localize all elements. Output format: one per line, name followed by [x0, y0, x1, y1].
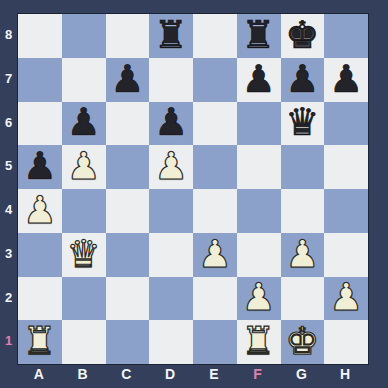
square-b5[interactable]: ♟ — [62, 145, 106, 189]
square-g2[interactable] — [281, 277, 325, 321]
square-d7[interactable] — [149, 58, 193, 102]
square-b7[interactable] — [62, 58, 106, 102]
square-h5[interactable] — [324, 145, 368, 189]
file-label-a: A — [17, 364, 61, 388]
black-pawn: ♟ — [110, 60, 144, 98]
white-pawn: ♟ — [329, 278, 363, 316]
square-g8[interactable]: ♚ — [281, 14, 325, 58]
square-h7[interactable]: ♟ — [324, 58, 368, 102]
square-e1[interactable] — [193, 320, 237, 364]
white-rook: ♜ — [23, 322, 57, 360]
file-label-c: C — [105, 364, 149, 388]
square-a6[interactable] — [18, 102, 62, 146]
white-pawn: ♟ — [67, 147, 101, 185]
square-h4[interactable] — [324, 189, 368, 233]
square-a2[interactable] — [18, 277, 62, 321]
white-pawn: ♟ — [154, 147, 188, 185]
rank-label-4: 4 — [0, 188, 17, 232]
square-f6[interactable] — [237, 102, 281, 146]
rank-label-8: 8 — [0, 13, 17, 57]
black-pawn: ♟ — [285, 60, 319, 98]
square-d1[interactable] — [149, 320, 193, 364]
square-g5[interactable] — [281, 145, 325, 189]
square-g3[interactable]: ♟ — [281, 233, 325, 277]
square-b2[interactable] — [62, 277, 106, 321]
white-pawn: ♟ — [285, 235, 319, 273]
square-a7[interactable] — [18, 58, 62, 102]
square-g7[interactable]: ♟ — [281, 58, 325, 102]
square-e8[interactable] — [193, 14, 237, 58]
square-f4[interactable] — [237, 189, 281, 233]
square-a8[interactable] — [18, 14, 62, 58]
square-g1[interactable]: ♚ — [281, 320, 325, 364]
square-d3[interactable] — [149, 233, 193, 277]
square-b8[interactable] — [62, 14, 106, 58]
square-f7[interactable]: ♟ — [237, 58, 281, 102]
rank-label-1: 1 — [0, 319, 17, 363]
file-label-g: G — [280, 364, 324, 388]
rank-label-5: 5 — [0, 144, 17, 188]
square-b4[interactable] — [62, 189, 106, 233]
square-a3[interactable] — [18, 233, 62, 277]
square-c5[interactable] — [106, 145, 150, 189]
rank-label-6: 6 — [0, 101, 17, 145]
square-c4[interactable] — [106, 189, 150, 233]
square-h1[interactable] — [324, 320, 368, 364]
square-e4[interactable] — [193, 189, 237, 233]
square-c7[interactable]: ♟ — [106, 58, 150, 102]
chess-board: ♜♜♚♟♟♟♟♟♟♛♟♟♟♟♛♟♟♟♟♜♜♚ — [17, 13, 369, 365]
square-h3[interactable] — [324, 233, 368, 277]
square-h8[interactable] — [324, 14, 368, 58]
square-a5[interactable]: ♟ — [18, 145, 62, 189]
square-f1[interactable]: ♜ — [237, 320, 281, 364]
square-e6[interactable] — [193, 102, 237, 146]
rank-label-3: 3 — [0, 232, 17, 276]
square-f2[interactable]: ♟ — [237, 277, 281, 321]
rank-label-7: 7 — [0, 57, 17, 101]
chess-diagram: ♜♜♚♟♟♟♟♟♟♛♟♟♟♟♛♟♟♟♟♜♜♚ 87654321 ABCDEFGH — [0, 0, 388, 388]
square-h6[interactable] — [324, 102, 368, 146]
square-c8[interactable] — [106, 14, 150, 58]
square-e3[interactable]: ♟ — [193, 233, 237, 277]
square-c6[interactable] — [106, 102, 150, 146]
square-f3[interactable] — [237, 233, 281, 277]
square-b3[interactable]: ♛ — [62, 233, 106, 277]
black-king: ♚ — [285, 16, 319, 54]
square-g4[interactable] — [281, 189, 325, 233]
file-label-b: B — [61, 364, 105, 388]
file-label-h: H — [323, 364, 367, 388]
rank-label-2: 2 — [0, 276, 17, 320]
square-d5[interactable]: ♟ — [149, 145, 193, 189]
square-a1[interactable]: ♜ — [18, 320, 62, 364]
black-pawn: ♟ — [23, 147, 57, 185]
black-queen: ♛ — [285, 103, 319, 141]
black-rook: ♜ — [242, 16, 276, 54]
square-b6[interactable]: ♟ — [62, 102, 106, 146]
square-e7[interactable] — [193, 58, 237, 102]
black-pawn: ♟ — [329, 60, 363, 98]
file-label-f: F — [236, 364, 280, 388]
white-queen: ♛ — [67, 235, 101, 273]
white-rook: ♜ — [242, 322, 276, 360]
white-pawn: ♟ — [23, 191, 57, 229]
square-d8[interactable]: ♜ — [149, 14, 193, 58]
square-d4[interactable] — [149, 189, 193, 233]
black-pawn: ♟ — [154, 103, 188, 141]
square-a4[interactable]: ♟ — [18, 189, 62, 233]
white-pawn: ♟ — [198, 235, 232, 273]
black-pawn: ♟ — [67, 103, 101, 141]
white-pawn: ♟ — [242, 278, 276, 316]
square-h2[interactable]: ♟ — [324, 277, 368, 321]
square-c2[interactable] — [106, 277, 150, 321]
square-d2[interactable] — [149, 277, 193, 321]
square-e2[interactable] — [193, 277, 237, 321]
square-c3[interactable] — [106, 233, 150, 277]
square-g6[interactable]: ♛ — [281, 102, 325, 146]
black-rook: ♜ — [154, 16, 188, 54]
file-label-d: D — [148, 364, 192, 388]
square-c1[interactable] — [106, 320, 150, 364]
white-king: ♚ — [285, 322, 319, 360]
square-d6[interactable]: ♟ — [149, 102, 193, 146]
square-f8[interactable]: ♜ — [237, 14, 281, 58]
square-e5[interactable] — [193, 145, 237, 189]
file-label-e: E — [192, 364, 236, 388]
black-pawn: ♟ — [242, 60, 276, 98]
square-b1[interactable] — [62, 320, 106, 364]
square-f5[interactable] — [237, 145, 281, 189]
